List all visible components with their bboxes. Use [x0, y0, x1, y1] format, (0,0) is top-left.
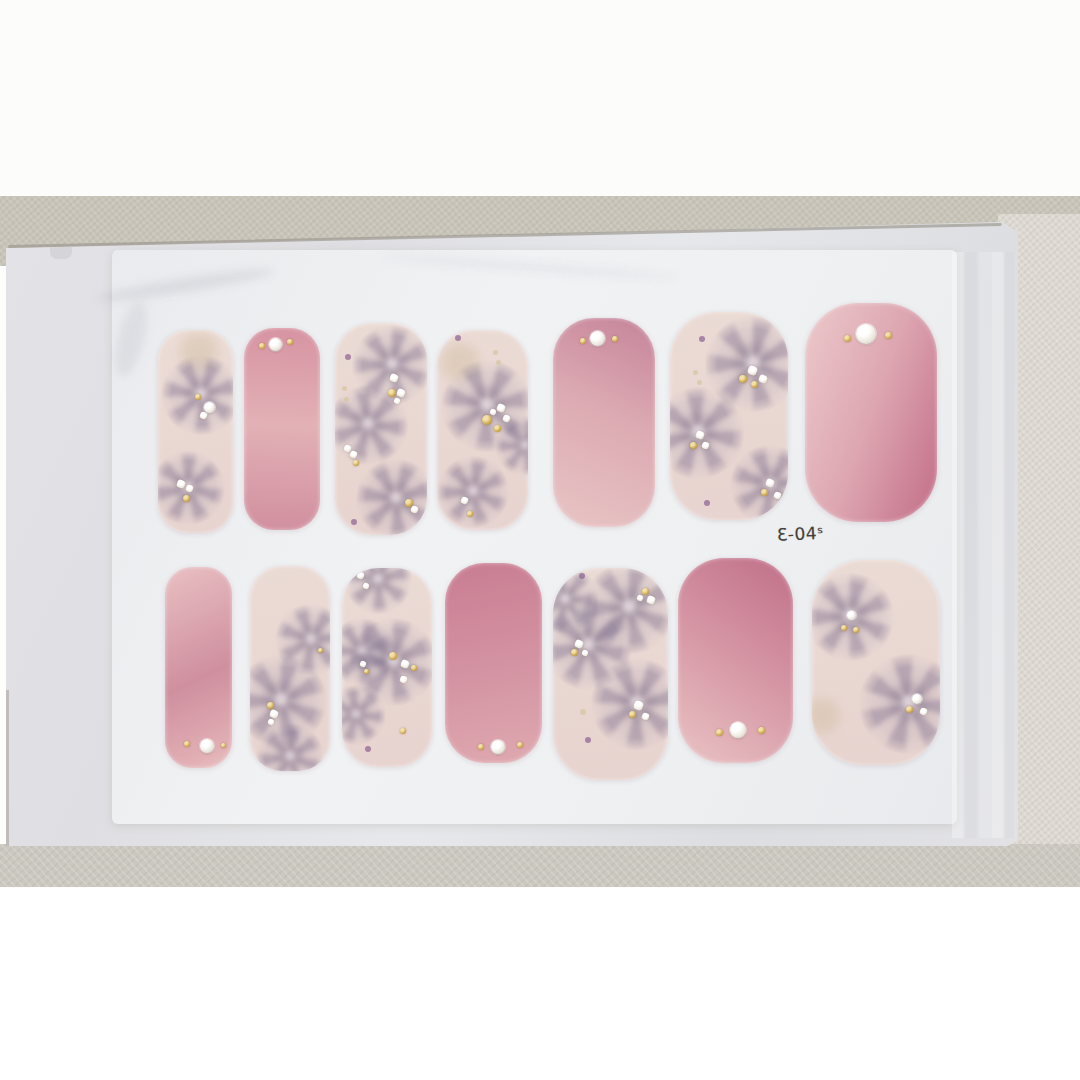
gold-bead [612, 336, 618, 342]
beige-sequin [342, 386, 347, 391]
nail-sticker-top-7 [805, 303, 937, 522]
flower-decal [859, 654, 940, 754]
nail-sticker-bottom-4 [445, 563, 542, 763]
gold-bead [841, 625, 847, 631]
purple-sequin [585, 737, 591, 743]
gold-bead [467, 511, 473, 517]
gold-bead [629, 711, 636, 718]
gold-bead [885, 332, 892, 339]
nail-sticker-bottom-1 [165, 567, 232, 768]
gold-bead [259, 343, 265, 349]
gold-bead [482, 415, 492, 425]
purple-sequin [455, 335, 461, 341]
gold-bead [758, 727, 765, 734]
pearl-gem [269, 338, 282, 351]
purple-sequin [351, 519, 357, 525]
gold-bead [195, 394, 201, 400]
gold-bead [287, 339, 293, 345]
nail-sticker-bottom-7 [812, 560, 940, 765]
nail-sticker-bottom-2 [250, 566, 330, 771]
flower-decal [356, 459, 427, 535]
beige-sequin [693, 370, 698, 375]
pearl-gem [491, 740, 505, 754]
pearl-gem [200, 739, 214, 753]
flower-decal [812, 690, 848, 742]
pearl-gem [204, 402, 215, 413]
purple-sequin [345, 354, 351, 360]
gold-bead [318, 648, 323, 653]
gold-bead [716, 729, 723, 736]
nail-sticker-top-1 [158, 330, 233, 533]
purple-sequin [365, 746, 371, 752]
pearl-gem [847, 611, 856, 620]
gold-bead [517, 742, 523, 748]
gold-bead [353, 460, 359, 466]
nail-stickers-layer [0, 0, 1080, 1080]
nail-sticker-top-2 [244, 328, 320, 530]
gold-bead [690, 442, 697, 449]
product-code-label: Ɛ-04ˢ [776, 521, 857, 550]
purple-sequin [699, 336, 705, 342]
beige-sequin [496, 360, 501, 365]
gold-bead [183, 495, 190, 502]
nail-sticker-bottom-6 [678, 558, 793, 763]
beige-sequin [493, 350, 498, 355]
gold-bead [184, 741, 190, 747]
gold-bead [400, 728, 406, 734]
beige-sequin [580, 709, 586, 715]
nail-sticker-top-6 [670, 312, 788, 520]
gold-bead [906, 706, 913, 713]
flower-decal [730, 445, 788, 520]
pearl-gem [730, 722, 746, 738]
gold-bead [411, 665, 417, 671]
pearl-gem [856, 324, 876, 344]
flower-decal [437, 456, 509, 528]
gold-bead [221, 743, 226, 748]
nail-sticker-top-3 [335, 323, 427, 535]
gold-bead [844, 335, 851, 342]
gold-bead [364, 669, 369, 674]
photo-of-nail-sticker-sheet: Ɛ-04ˢ [0, 0, 1080, 1080]
gold-bead [267, 702, 274, 709]
gold-bead [478, 744, 484, 750]
gold-bead [388, 389, 396, 397]
gold-bead [853, 627, 859, 633]
purple-sequin [704, 500, 710, 506]
gold-bead [642, 588, 649, 595]
gold-bead [389, 652, 397, 660]
gold-bead [739, 375, 747, 383]
flower-decal [344, 568, 412, 614]
pearl-gem [590, 331, 605, 346]
gold-bead [580, 338, 586, 344]
beige-sequin [697, 380, 702, 385]
nail-sticker-top-4 [437, 330, 528, 530]
nail-sticker-bottom-3 [342, 568, 432, 767]
gold-bead [494, 425, 501, 432]
nail-sticker-bottom-5 [553, 568, 668, 780]
nail-sticker-top-5 [553, 318, 655, 527]
